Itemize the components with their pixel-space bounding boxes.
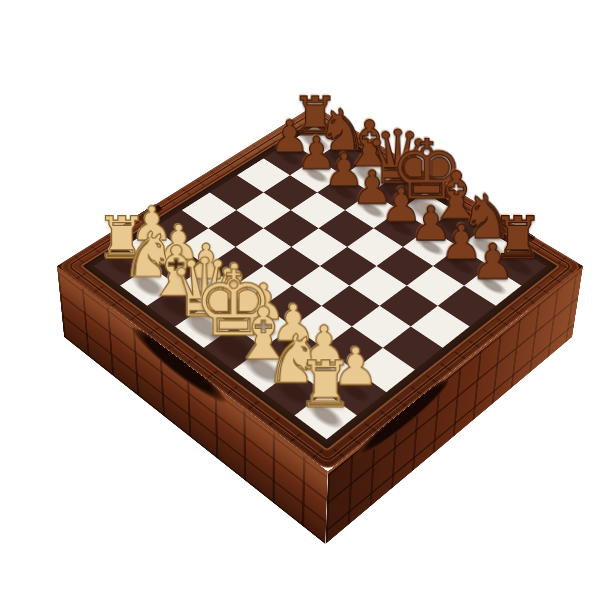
black-pawn-glyph: ♟ — [437, 154, 548, 286]
chess-box: ♜♞♝♛♚♝♞♜♟♟♟♟♟♟♟♟♟♟♟♟♟♟♟♟♜♞♝♛♚♝♞♜ — [57, 106, 583, 472]
white-rook-glyph: ♜ — [265, 272, 386, 415]
product-photo-scene: ♜♞♝♛♚♝♞♜♟♟♟♟♟♟♟♟♟♟♟♟♟♟♟♟♜♞♝♛♚♝♞♜ — [0, 0, 600, 600]
